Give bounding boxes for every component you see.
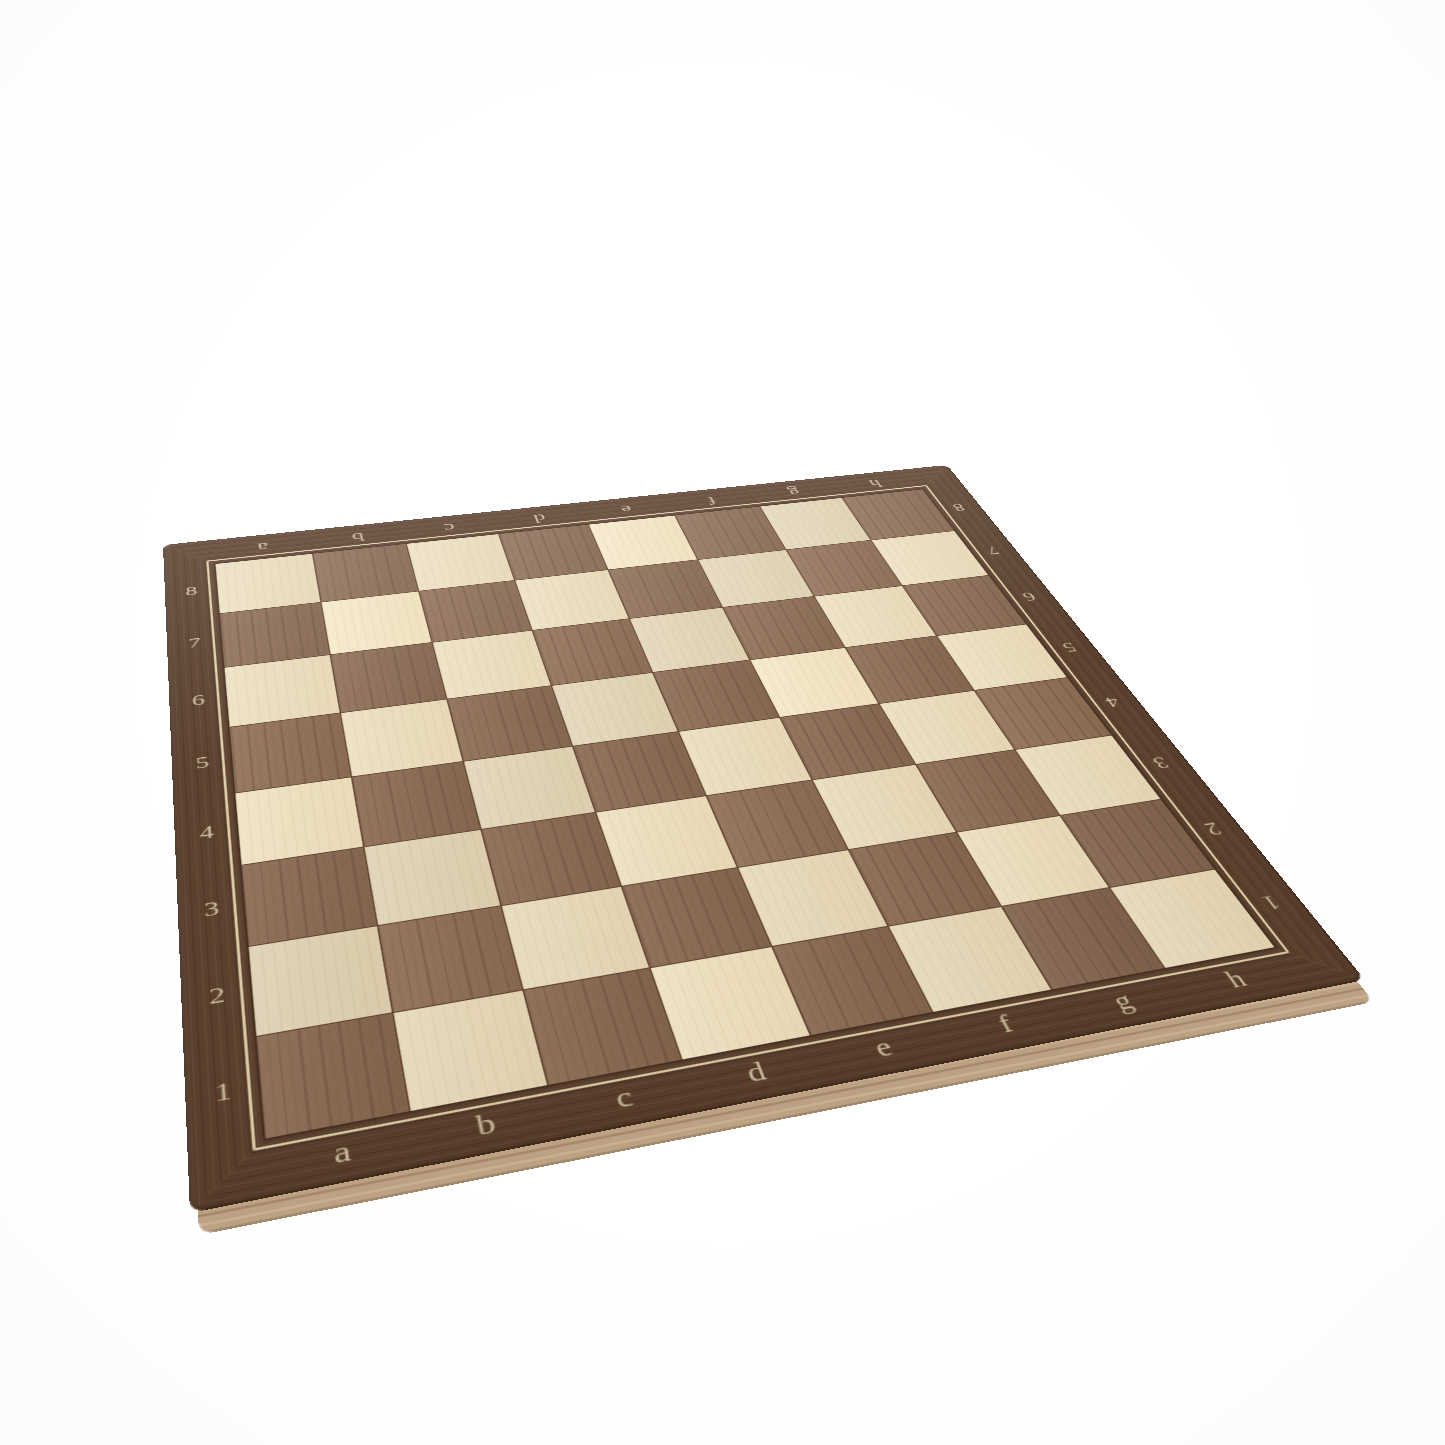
product-photo-scene: abcdefgh abcdefgh 87654321 87654321 <box>0 0 1445 1445</box>
rank-label-left-2: 2 <box>180 946 257 1049</box>
rank-label-left-8: 8 <box>164 564 220 620</box>
rank-label-left-6: 6 <box>168 668 229 735</box>
rank-label-left-3: 3 <box>176 865 248 957</box>
rank-label-left-7: 7 <box>166 614 224 675</box>
rank-label-left-5: 5 <box>171 727 236 801</box>
rank-label-left-4: 4 <box>173 793 241 875</box>
rank-label-left-1: 1 <box>183 1036 265 1153</box>
